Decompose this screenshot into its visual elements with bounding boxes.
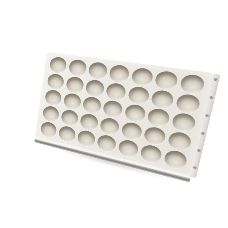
pit-r5c1[interactable]	[40, 121, 58, 139]
pit-r4c6[interactable]	[143, 126, 167, 147]
photo-scene	[0, 0, 228, 228]
pit-r1c2[interactable]	[68, 59, 88, 77]
pit-r1c5[interactable]	[131, 67, 155, 87]
pit-r5c5[interactable]	[117, 138, 139, 158]
pit-r2c2[interactable]	[65, 76, 84, 94]
pit-r3c3[interactable]	[82, 96, 102, 115]
pit-r3c1[interactable]	[44, 89, 62, 107]
pit-r4c3[interactable]	[79, 113, 99, 132]
edge-screw-dot-1	[214, 78, 218, 81]
pit-r5c3[interactable]	[77, 129, 97, 148]
pit-r2c5[interactable]	[127, 85, 150, 105]
pit-r4c5[interactable]	[121, 121, 144, 141]
pit-r3c7[interactable]	[171, 112, 197, 134]
pit-r1c6[interactable]	[154, 70, 179, 91]
pit-r4c2[interactable]	[60, 109, 79, 127]
edge-screw-dot-2	[209, 96, 213, 99]
pit-r2c7[interactable]	[175, 93, 202, 114]
pit-r2c1[interactable]	[47, 73, 65, 91]
edge-screw-dot-6	[193, 166, 197, 169]
pit-grid	[35, 52, 214, 176]
pit-r3c6[interactable]	[147, 107, 171, 128]
tray-3d-wrapper	[35, 52, 214, 176]
pit-r3c5[interactable]	[124, 103, 147, 123]
pit-r2c3[interactable]	[85, 79, 106, 98]
pit-r3c4[interactable]	[102, 99, 124, 119]
pit-r2c4[interactable]	[105, 82, 127, 101]
pit-r2c6[interactable]	[150, 89, 175, 110]
edge-screw-dot-4	[201, 132, 205, 135]
pit-r5c6[interactable]	[139, 143, 163, 164]
edge-screw-dot-3	[205, 114, 209, 117]
edge-screw-dot-5	[197, 149, 201, 152]
pit-r5c7[interactable]	[163, 149, 188, 171]
pit-r5c2[interactable]	[58, 125, 77, 144]
pit-r4c4[interactable]	[99, 117, 120, 137]
pit-r5c4[interactable]	[96, 134, 117, 154]
pit-r4c7[interactable]	[167, 130, 193, 152]
pit-r1c7[interactable]	[179, 73, 206, 94]
pit-r1c4[interactable]	[108, 64, 130, 83]
pit-r1c3[interactable]	[88, 61, 109, 80]
pit-r1c1[interactable]	[49, 56, 68, 74]
pit-tray-board	[35, 52, 214, 176]
pit-r3c2[interactable]	[63, 92, 82, 110]
pit-r4c1[interactable]	[42, 105, 60, 123]
